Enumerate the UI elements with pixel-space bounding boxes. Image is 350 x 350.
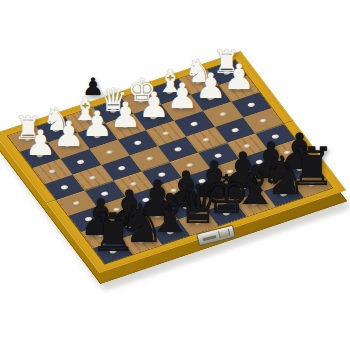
- peg-hole: [153, 213, 162, 219]
- peg-hole: [125, 223, 134, 229]
- peg-hole: [307, 182, 316, 188]
- peg-hole: [76, 159, 85, 165]
- peg-hole: [247, 102, 256, 108]
- peg-hole: [129, 181, 138, 187]
- peg-hole: [218, 111, 227, 117]
- peg-hole: [295, 166, 304, 172]
- peg-hole: [206, 95, 215, 101]
- peg-hole: [36, 152, 45, 158]
- peg-hole: [222, 210, 231, 216]
- peg-hole: [84, 216, 93, 222]
- peg-hole: [72, 200, 81, 206]
- peg-hole: [174, 146, 183, 152]
- peg-hole: [64, 143, 73, 149]
- peg-hole: [60, 184, 69, 190]
- peg-hole: [182, 204, 191, 210]
- peg-hole: [267, 175, 276, 181]
- peg-hole: [202, 137, 211, 143]
- peg-hole: [137, 98, 146, 104]
- peg-hole: [222, 70, 231, 76]
- peg-hole: [117, 165, 126, 171]
- peg-hole: [80, 117, 89, 123]
- peg-hole: [137, 239, 146, 245]
- peg-hole: [250, 201, 259, 207]
- peg-hole: [121, 124, 130, 130]
- peg-hole: [190, 121, 199, 127]
- peg-hole: [166, 89, 175, 95]
- chess-board: [0, 51, 346, 273]
- peg-hole: [186, 162, 195, 168]
- peg-hole: [149, 114, 158, 120]
- peg-hole: [230, 127, 239, 133]
- peg-hole: [242, 143, 251, 149]
- chess-set-photo: ♜♞♝♛♚♝♞♜♟♟♟♟♟♟♟♟♟♟♟♟♟♟♟♟♜♞♝♛♚♝♞♜♟: [0, 0, 350, 350]
- peg-hole: [96, 232, 105, 238]
- peg-hole: [113, 207, 122, 213]
- peg-hole: [101, 191, 110, 197]
- peg-hole: [234, 86, 243, 92]
- peg-hole: [210, 194, 219, 200]
- clasp-keeper: [218, 229, 230, 238]
- peg-hole: [157, 172, 166, 178]
- peg-hole: [178, 105, 187, 111]
- peg-hole: [194, 220, 203, 226]
- peg-hole: [109, 108, 118, 114]
- peg-hole: [259, 118, 268, 124]
- peg-hole: [214, 153, 223, 159]
- peg-hole: [169, 188, 178, 194]
- peg-hole: [194, 79, 203, 85]
- peg-hole: [226, 169, 235, 175]
- peg-hole: [255, 159, 264, 165]
- peg-hole: [109, 248, 118, 254]
- peg-hole: [133, 140, 142, 146]
- peg-hole: [271, 134, 280, 140]
- peg-hole: [24, 136, 33, 142]
- peg-hole: [279, 191, 288, 197]
- peg-hole: [141, 197, 150, 203]
- peg-hole: [283, 150, 292, 156]
- peg-hole: [145, 156, 154, 162]
- peg-hole: [161, 130, 170, 136]
- peg-hole: [165, 229, 174, 235]
- clasp-slot: [202, 235, 216, 241]
- peg-hole: [238, 185, 247, 191]
- peg-hole: [93, 133, 102, 139]
- off-board-black-piece: ♟: [82, 75, 104, 99]
- peg-hole: [52, 127, 61, 133]
- peg-hole: [48, 168, 57, 174]
- peg-hole: [198, 178, 207, 184]
- peg-hole: [88, 175, 97, 181]
- peg-hole: [105, 149, 114, 155]
